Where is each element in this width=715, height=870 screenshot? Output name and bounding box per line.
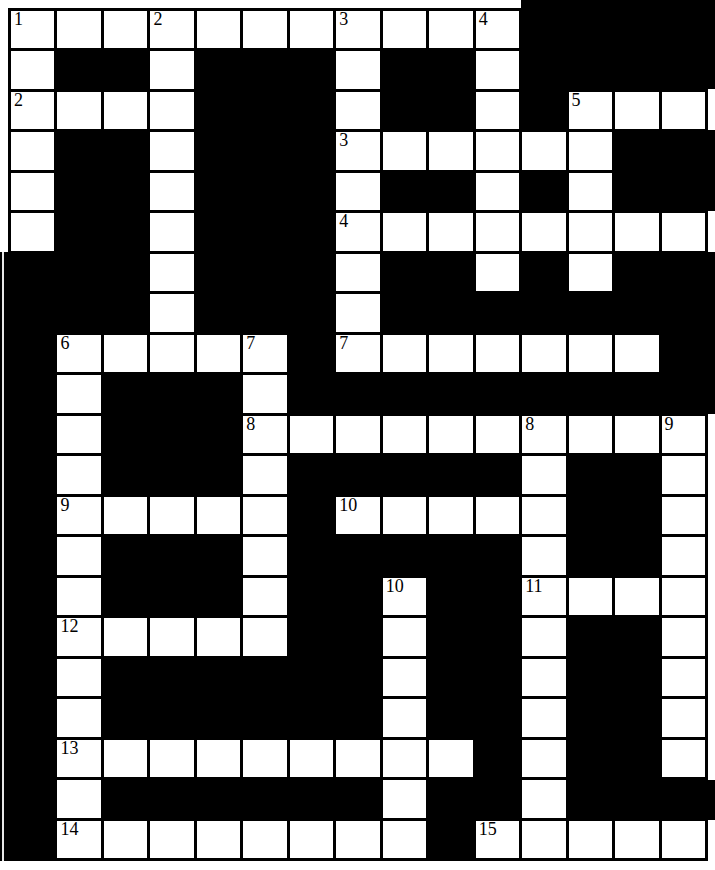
answer-cell-r1c10[interactable]: [476, 51, 519, 88]
answer-cell-r2c3[interactable]: [150, 92, 193, 129]
block-cell-r18c13: [615, 740, 658, 777]
answer-cell-r5c8[interactable]: [383, 213, 426, 250]
block-cell-r9c8: [383, 375, 426, 412]
answer-cell-r8c11[interactable]: [522, 335, 565, 372]
block-cell-r16c7: [336, 659, 379, 696]
answer-cell-r3c3[interactable]: [150, 132, 193, 169]
answer-cell-r18c7[interactable]: [336, 740, 379, 777]
clue-number: 6: [60, 334, 69, 354]
answer-cell-r10c14[interactable]: 9: [662, 416, 705, 453]
answer-cell-r18c5[interactable]: [243, 740, 286, 777]
answer-cell-r18c6[interactable]: [290, 740, 333, 777]
answer-cell-r20c11[interactable]: [522, 821, 565, 858]
answer-cell-r10c1[interactable]: [57, 416, 100, 453]
answer-cell-r18c3[interactable]: [150, 740, 193, 777]
block-cell-r3c2: [104, 132, 147, 169]
block-cell-r4c6: [290, 173, 333, 210]
block-cell-r16c2: [104, 659, 147, 696]
answer-cell-r0c10[interactable]: 4: [476, 11, 519, 48]
block-cell-r13c10: [476, 537, 519, 574]
clue-number: 15: [479, 820, 497, 840]
block-cell-r10c2: [104, 416, 147, 453]
crossword-page: 12342534677889910101112131415: [0, 0, 715, 870]
answer-cell-r0c3[interactable]: 2: [150, 11, 193, 48]
answer-cell-r0c8[interactable]: [383, 11, 426, 48]
block-cell-r3c13: [615, 132, 658, 169]
answer-cell-r7c3[interactable]: [150, 294, 193, 331]
answer-cell-r17c11[interactable]: [522, 699, 565, 736]
answer-cell-r14c5[interactable]: [243, 578, 286, 615]
answer-cell-r6c10[interactable]: [476, 254, 519, 291]
block-cell-r14c9: [429, 578, 472, 615]
answer-cell-r12c7[interactable]: 10: [336, 497, 379, 534]
block-cell-r10c0: [11, 416, 54, 453]
answer-cell-r12c10[interactable]: [476, 497, 519, 534]
block-cell-r11c7: [336, 456, 379, 493]
block-cell-r8c0: [11, 335, 54, 372]
block-cell-r11c10: [476, 456, 519, 493]
block-cell-r19c9: [429, 780, 472, 817]
clue-number: 4: [479, 10, 488, 30]
block-cell-r16c4: [197, 659, 240, 696]
block-cell-r7c14: [662, 294, 705, 331]
answer-cell-r7c7[interactable]: [336, 294, 379, 331]
block-cell-r7c5: [243, 294, 286, 331]
answer-cell-r10c6[interactable]: [290, 416, 333, 453]
block-cell-r0c14: [662, 11, 705, 48]
block-cell-r15c9: [429, 618, 472, 655]
answer-cell-r12c11[interactable]: [522, 497, 565, 534]
answer-cell-r19c1[interactable]: [57, 780, 100, 817]
block-cell-r13c8: [383, 537, 426, 574]
answer-cell-r8c2[interactable]: [104, 335, 147, 372]
block-cell-r6c13: [615, 254, 658, 291]
answer-cell-r12c1[interactable]: 9: [57, 497, 100, 534]
block-cell-r0c13: [615, 11, 658, 48]
block-cell-r6c9: [429, 254, 472, 291]
block-cell-r17c12: [569, 699, 612, 736]
answer-cell-r3c0[interactable]: [11, 132, 54, 169]
block-cell-r19c4: [197, 780, 240, 817]
answer-cell-r8c12[interactable]: [569, 335, 612, 372]
block-cell-r4c11: [522, 173, 565, 210]
margin-bleed-right: [706, 292, 715, 333]
margin-bleed-top: [521, 0, 568, 10]
block-cell-r9c6: [290, 375, 333, 412]
clue-number: 13: [60, 739, 78, 759]
block-cell-r5c5: [243, 213, 286, 250]
block-cell-r9c2: [104, 375, 147, 412]
clue-number: 1: [14, 10, 23, 30]
block-cell-r1c11: [522, 51, 565, 88]
answer-cell-r20c10[interactable]: 15: [476, 821, 519, 858]
answer-cell-r20c4[interactable]: [197, 821, 240, 858]
block-cell-r17c5: [243, 699, 286, 736]
block-cell-r11c4: [197, 456, 240, 493]
clue-number: 9: [665, 415, 674, 435]
answer-cell-r13c11[interactable]: [522, 537, 565, 574]
margin-bleed-right: [706, 374, 715, 415]
answer-cell-r5c10[interactable]: [476, 213, 519, 250]
answer-cell-r11c5[interactable]: [243, 456, 286, 493]
block-cell-r11c3: [150, 456, 193, 493]
block-cell-r7c9: [429, 294, 472, 331]
answer-cell-r8c3[interactable]: [150, 335, 193, 372]
answer-cell-r5c7[interactable]: 4: [336, 213, 379, 250]
answer-cell-r14c11[interactable]: 11: [522, 578, 565, 615]
answer-cell-r3c7[interactable]: 3: [336, 132, 379, 169]
answer-cell-r15c11[interactable]: [522, 618, 565, 655]
answer-cell-r10c12[interactable]: [569, 416, 612, 453]
block-cell-r9c4: [197, 375, 240, 412]
block-cell-r14c3: [150, 578, 193, 615]
clue-number: 8: [246, 415, 255, 435]
answer-cell-r20c14[interactable]: [662, 821, 705, 858]
answer-cell-r2c13[interactable]: [615, 92, 658, 129]
block-cell-r6c8: [383, 254, 426, 291]
answer-cell-r12c14[interactable]: [662, 497, 705, 534]
answer-cell-r8c4[interactable]: [197, 335, 240, 372]
block-cell-r14c4: [197, 578, 240, 615]
answer-cell-r14c12[interactable]: [569, 578, 612, 615]
answer-cell-r15c3[interactable]: [150, 618, 193, 655]
block-cell-r4c5: [243, 173, 286, 210]
answer-cell-r5c0[interactable]: [11, 213, 54, 250]
answer-cell-r8c13[interactable]: [615, 335, 658, 372]
answer-cell-r11c1[interactable]: [57, 456, 100, 493]
block-cell-r0c12: [569, 11, 612, 48]
answer-cell-r19c8[interactable]: [383, 780, 426, 817]
answer-cell-r18c8[interactable]: [383, 740, 426, 777]
clue-number: 3: [339, 10, 348, 30]
answer-cell-r8c8[interactable]: [383, 335, 426, 372]
answer-cell-r15c4[interactable]: [197, 618, 240, 655]
block-cell-r3c6: [290, 132, 333, 169]
answer-cell-r18c14[interactable]: [662, 740, 705, 777]
answer-cell-r3c8[interactable]: [383, 132, 426, 169]
answer-cell-r20c6[interactable]: [290, 821, 333, 858]
scan-edge-artifact: [2, 252, 4, 861]
block-cell-r11c9: [429, 456, 472, 493]
clue-number: 5: [572, 91, 581, 111]
answer-cell-r13c5[interactable]: [243, 537, 286, 574]
answer-cell-r11c14[interactable]: [662, 456, 705, 493]
answer-cell-r1c7[interactable]: [336, 51, 379, 88]
block-cell-r6c14: [662, 254, 705, 291]
answer-cell-r10c7[interactable]: [336, 416, 379, 453]
answer-cell-r3c11[interactable]: [522, 132, 565, 169]
block-cell-r17c0: [11, 699, 54, 736]
block-cell-r2c5: [243, 92, 286, 129]
answer-cell-r3c10[interactable]: [476, 132, 519, 169]
block-cell-r17c9: [429, 699, 472, 736]
block-cell-r9c3: [150, 375, 193, 412]
margin-bleed-right: [706, 0, 715, 49]
margin-bleed-right: [706, 780, 715, 821]
answer-cell-r12c9[interactable]: [429, 497, 472, 534]
margin-bleed-right: [706, 252, 715, 293]
block-cell-r4c9: [429, 173, 472, 210]
block-cell-r20c0: [11, 821, 54, 858]
answer-cell-r12c5[interactable]: [243, 497, 286, 534]
clue-number: 10: [386, 577, 404, 597]
block-cell-r8c14: [662, 335, 705, 372]
answer-cell-r8c1[interactable]: 6: [57, 335, 100, 372]
answer-cell-r20c1[interactable]: 14: [57, 821, 100, 858]
block-cell-r7c12: [569, 294, 612, 331]
block-cell-r16c6: [290, 659, 333, 696]
answer-cell-r5c14[interactable]: [662, 213, 705, 250]
margin-bleed-top: [615, 0, 662, 10]
answer-cell-r15c2[interactable]: [104, 618, 147, 655]
block-cell-r19c13: [615, 780, 658, 817]
block-cell-r6c6: [290, 254, 333, 291]
answer-cell-r6c3[interactable]: [150, 254, 193, 291]
answer-cell-r10c11[interactable]: 8: [522, 416, 565, 453]
block-cell-r6c0: [11, 254, 54, 291]
clue-number: 7: [246, 334, 255, 354]
answer-cell-r16c8[interactable]: [383, 659, 426, 696]
block-cell-r6c11: [522, 254, 565, 291]
answer-cell-r1c0[interactable]: [11, 51, 54, 88]
answer-cell-r2c1[interactable]: [57, 92, 100, 129]
answer-cell-r2c14[interactable]: [662, 92, 705, 129]
block-cell-r3c14: [662, 132, 705, 169]
answer-cell-r16c11[interactable]: [522, 659, 565, 696]
answer-cell-r0c2[interactable]: [104, 11, 147, 48]
block-cell-r2c8: [383, 92, 426, 129]
block-cell-r12c12: [569, 497, 612, 534]
block-cell-r1c2: [104, 51, 147, 88]
clue-number: 12: [60, 617, 78, 637]
block-cell-r7c8: [383, 294, 426, 331]
block-cell-r3c1: [57, 132, 100, 169]
answer-cell-r0c9[interactable]: [429, 11, 472, 48]
answer-cell-r0c1[interactable]: [57, 11, 100, 48]
block-cell-r11c8: [383, 456, 426, 493]
margin-bleed-top: [568, 0, 615, 10]
block-cell-r11c13: [615, 456, 658, 493]
answer-cell-r1c3[interactable]: [150, 51, 193, 88]
block-cell-r17c10: [476, 699, 519, 736]
answer-cell-r8c9[interactable]: [429, 335, 472, 372]
answer-cell-r5c11[interactable]: [522, 213, 565, 250]
answer-cell-r8c10[interactable]: [476, 335, 519, 372]
block-cell-r15c13: [615, 618, 658, 655]
block-cell-r2c4: [197, 92, 240, 129]
block-cell-r20c9: [429, 821, 472, 858]
answer-cell-r9c1[interactable]: [57, 375, 100, 412]
block-cell-r9c9: [429, 375, 472, 412]
answer-cell-r15c5[interactable]: [243, 618, 286, 655]
block-cell-r9c14: [662, 375, 705, 412]
block-cell-r17c6: [290, 699, 333, 736]
answer-cell-r20c12[interactable]: [569, 821, 612, 858]
answer-cell-r4c7[interactable]: [336, 173, 379, 210]
block-cell-r4c4: [197, 173, 240, 210]
block-cell-r16c10: [476, 659, 519, 696]
block-cell-r1c4: [197, 51, 240, 88]
answer-cell-r2c2[interactable]: [104, 92, 147, 129]
answer-cell-r4c0[interactable]: [11, 173, 54, 210]
answer-cell-r13c14[interactable]: [662, 537, 705, 574]
answer-cell-r6c12[interactable]: [569, 254, 612, 291]
answer-cell-r18c11[interactable]: [522, 740, 565, 777]
block-cell-r18c0: [11, 740, 54, 777]
block-cell-r8c6: [290, 335, 333, 372]
answer-cell-r10c13[interactable]: [615, 416, 658, 453]
answer-cell-r18c9[interactable]: [429, 740, 472, 777]
block-cell-r4c14: [662, 173, 705, 210]
block-cell-r7c11: [522, 294, 565, 331]
answer-cell-r8c7[interactable]: 7: [336, 335, 379, 372]
answer-cell-r12c4[interactable]: [197, 497, 240, 534]
answer-cell-r14c8[interactable]: 10: [383, 578, 426, 615]
block-cell-r10c4: [197, 416, 240, 453]
answer-cell-r2c10[interactable]: [476, 92, 519, 129]
clue-number: 9: [60, 496, 69, 516]
block-cell-r10c3: [150, 416, 193, 453]
block-cell-r5c6: [290, 213, 333, 250]
answer-cell-r4c3[interactable]: [150, 173, 193, 210]
answer-cell-r0c4[interactable]: [197, 11, 240, 48]
answer-cell-r17c14[interactable]: [662, 699, 705, 736]
block-cell-r19c12: [569, 780, 612, 817]
block-cell-r9c10: [476, 375, 519, 412]
block-cell-r1c14: [662, 51, 705, 88]
answer-cell-r12c3[interactable]: [150, 497, 193, 534]
block-cell-r16c13: [615, 659, 658, 696]
answer-cell-r18c2[interactable]: [104, 740, 147, 777]
answer-cell-r4c12[interactable]: [569, 173, 612, 210]
block-cell-r1c6: [290, 51, 333, 88]
answer-cell-r16c1[interactable]: [57, 659, 100, 696]
answer-cell-r0c5[interactable]: [243, 11, 286, 48]
answer-cell-r15c8[interactable]: [383, 618, 426, 655]
block-cell-r19c3: [150, 780, 193, 817]
answer-cell-r18c4[interactable]: [197, 740, 240, 777]
clue-number: 8: [525, 415, 534, 435]
block-cell-r17c2: [104, 699, 147, 736]
answer-cell-r2c7[interactable]: [336, 92, 379, 129]
block-cell-r1c9: [429, 51, 472, 88]
block-cell-r7c10: [476, 294, 519, 331]
answer-cell-r9c5[interactable]: [243, 375, 286, 412]
answer-cell-r19c11[interactable]: [522, 780, 565, 817]
answer-cell-r20c13[interactable]: [615, 821, 658, 858]
answer-cell-r5c13[interactable]: [615, 213, 658, 250]
answer-cell-r20c2[interactable]: [104, 821, 147, 858]
answer-cell-r2c0[interactable]: 2: [11, 92, 54, 129]
answer-cell-r15c1[interactable]: 12: [57, 618, 100, 655]
answer-cell-r16c14[interactable]: [662, 659, 705, 696]
block-cell-r0c11: [522, 11, 565, 48]
block-cell-r2c6: [290, 92, 333, 129]
answer-cell-r20c5[interactable]: [243, 821, 286, 858]
answer-cell-r20c8[interactable]: [383, 821, 426, 858]
block-cell-r15c12: [569, 618, 612, 655]
block-cell-r7c13: [615, 294, 658, 331]
answer-cell-r12c8[interactable]: [383, 497, 426, 534]
clue-number: 10: [339, 496, 357, 516]
block-cell-r9c7: [336, 375, 379, 412]
answer-cell-r4c10[interactable]: [476, 173, 519, 210]
answer-cell-r12c2[interactable]: [104, 497, 147, 534]
block-cell-r2c9: [429, 92, 472, 129]
answer-cell-r20c3[interactable]: [150, 821, 193, 858]
answer-cell-r20c7[interactable]: [336, 821, 379, 858]
answer-cell-r14c14[interactable]: [662, 578, 705, 615]
block-cell-r15c10: [476, 618, 519, 655]
answer-cell-r0c7[interactable]: 3: [336, 11, 379, 48]
answer-cell-r5c12[interactable]: [569, 213, 612, 250]
block-cell-r14c10: [476, 578, 519, 615]
block-cell-r19c10: [476, 780, 519, 817]
answer-cell-r2c12[interactable]: 5: [569, 92, 612, 129]
block-cell-r14c0: [11, 578, 54, 615]
block-cell-r4c2: [104, 173, 147, 210]
answer-cell-r17c1[interactable]: [57, 699, 100, 736]
block-cell-r12c0: [11, 497, 54, 534]
block-cell-r2c11: [522, 92, 565, 129]
answer-cell-r8c5[interactable]: 7: [243, 335, 286, 372]
answer-cell-r3c12[interactable]: [569, 132, 612, 169]
block-cell-r7c4: [197, 294, 240, 331]
answer-cell-r11c11[interactable]: [522, 456, 565, 493]
margin-bleed-right: [706, 333, 715, 374]
block-cell-r18c10: [476, 740, 519, 777]
answer-cell-r15c14[interactable]: [662, 618, 705, 655]
block-cell-r19c14: [662, 780, 705, 817]
block-cell-r19c6: [290, 780, 333, 817]
block-cell-r13c2: [104, 537, 147, 574]
answer-cell-r10c5[interactable]: 8: [243, 416, 286, 453]
answer-cell-r10c9[interactable]: [429, 416, 472, 453]
block-cell-r9c13: [615, 375, 658, 412]
answer-cell-r17c8[interactable]: [383, 699, 426, 736]
answer-cell-r0c6[interactable]: [290, 11, 333, 48]
answer-cell-r5c9[interactable]: [429, 213, 472, 250]
answer-cell-r6c7[interactable]: [336, 254, 379, 291]
block-cell-r17c13: [615, 699, 658, 736]
answer-cell-r10c10[interactable]: [476, 416, 519, 453]
block-cell-r1c8: [383, 51, 426, 88]
block-cell-r18c12: [569, 740, 612, 777]
margin-bleed-right: [706, 130, 715, 171]
answer-cell-r18c1[interactable]: 13: [57, 740, 100, 777]
crossword-grid: 12342534677889910101112131415: [8, 8, 708, 861]
block-cell-r13c12: [569, 537, 612, 574]
block-cell-r16c0: [11, 659, 54, 696]
answer-cell-r13c1[interactable]: [57, 537, 100, 574]
answer-cell-r14c1[interactable]: [57, 578, 100, 615]
block-cell-r9c12: [569, 375, 612, 412]
block-cell-r12c6: [290, 497, 333, 534]
clue-number: 7: [339, 334, 348, 354]
block-cell-r19c0: [11, 780, 54, 817]
block-cell-r13c3: [150, 537, 193, 574]
block-cell-r13c7: [336, 537, 379, 574]
answer-cell-r3c9[interactable]: [429, 132, 472, 169]
answer-cell-r10c8[interactable]: [383, 416, 426, 453]
block-cell-r14c7: [336, 578, 379, 615]
answer-cell-r5c3[interactable]: [150, 213, 193, 250]
block-cell-r1c1: [57, 51, 100, 88]
block-cell-r13c9: [429, 537, 472, 574]
block-cell-r4c1: [57, 173, 100, 210]
answer-cell-r0c0[interactable]: 1: [11, 11, 54, 48]
answer-cell-r14c13[interactable]: [615, 578, 658, 615]
